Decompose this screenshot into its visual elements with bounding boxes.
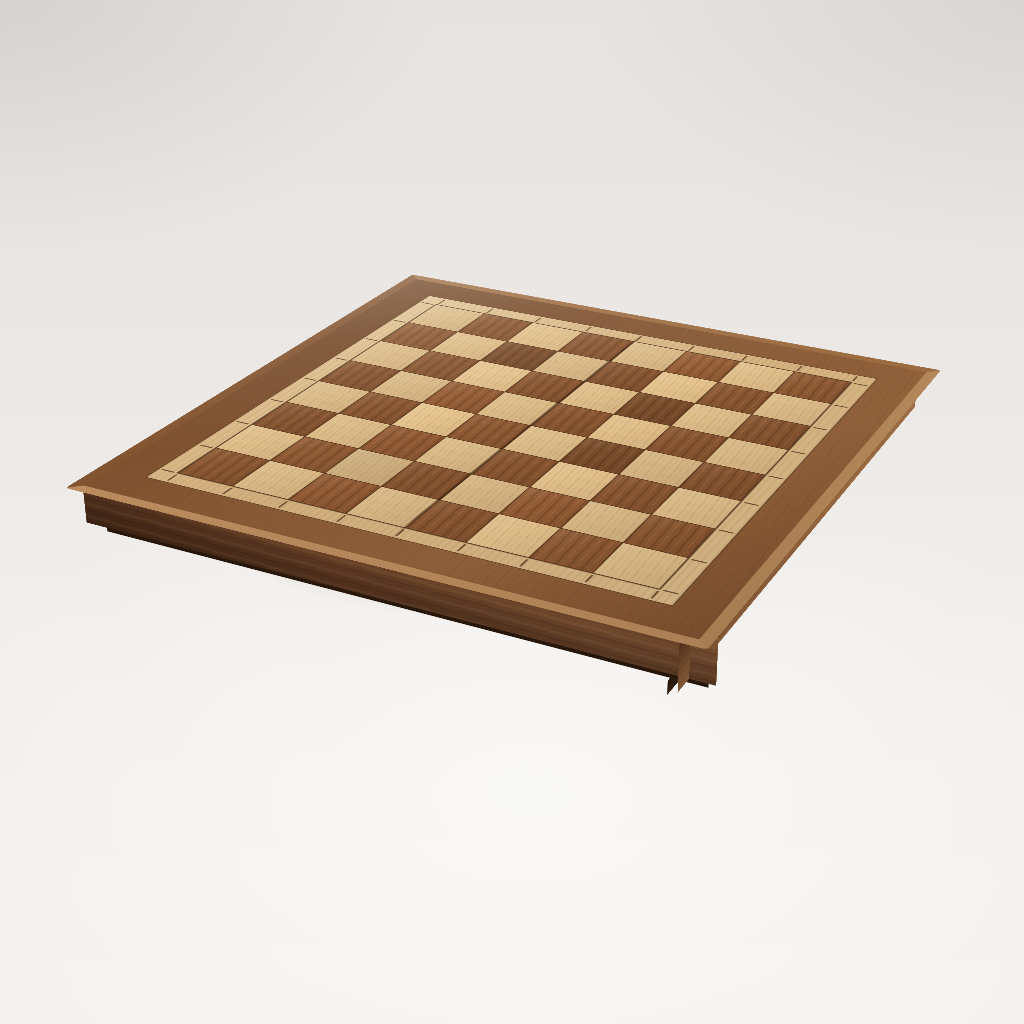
border-tick-mark: [744, 502, 759, 506]
border-tick-mark: [335, 358, 347, 361]
border-tick-mark: [519, 559, 529, 566]
border-tick-mark: [236, 421, 249, 424]
border-tick-mark: [796, 366, 802, 371]
border-tick-mark: [651, 591, 660, 599]
border-tick-mark: [222, 488, 233, 494]
border-tick-mark: [584, 575, 593, 583]
border-tick-mark: [663, 590, 679, 595]
border-tick-mark: [167, 474, 178, 480]
border-tick-mark: [422, 302, 434, 305]
border-tick-mark: [394, 320, 406, 323]
border-tick-mark: [688, 346, 695, 351]
border-tick-mark: [336, 515, 346, 522]
border-tick-mark: [271, 399, 284, 402]
border-tick-mark: [365, 338, 377, 341]
border-tick-mark: [854, 383, 868, 386]
border-tick-mark: [304, 378, 316, 381]
border-tick-mark: [162, 469, 175, 473]
border-tick-mark: [834, 404, 848, 407]
border-tick-mark: [584, 327, 591, 331]
border-tick-mark: [200, 444, 213, 448]
board-scene: [211, 160, 851, 800]
border-tick-mark: [438, 300, 446, 304]
border-tick-mark: [718, 529, 734, 533]
border-tick-mark: [741, 356, 748, 361]
chessboard-3d: [72, 322, 936, 714]
border-tick-mark: [456, 544, 466, 551]
border-tick-mark: [791, 451, 806, 455]
border-tick-mark: [768, 476, 783, 480]
border-tick-mark: [278, 501, 288, 508]
border-tick-mark: [852, 376, 858, 381]
border-tick-mark: [535, 318, 542, 322]
border-tick-mark: [635, 336, 642, 341]
border-tick-mark: [691, 559, 707, 563]
border-tick-mark: [395, 529, 405, 536]
studio-background: [0, 0, 1024, 1024]
border-tick-mark: [813, 427, 827, 430]
border-tick-mark: [486, 309, 493, 313]
